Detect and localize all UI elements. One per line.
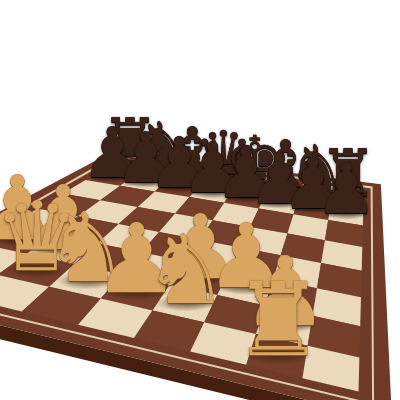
chess-board [0, 0, 400, 400]
chess-set-photo: ♜♞♝♛♚♝♞♜♟♟♟♟♟♟♟♟♟♟♟♟♛♞♟♞♟♜♜ [0, 0, 400, 400]
